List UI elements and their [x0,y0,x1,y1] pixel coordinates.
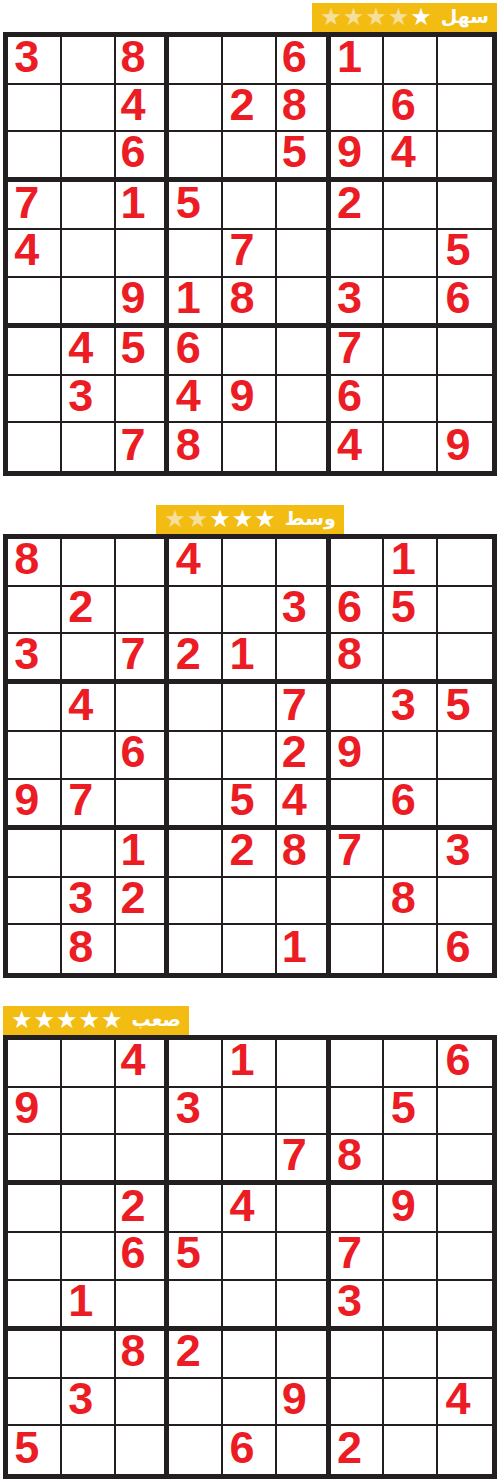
cell-r7c6[interactable]: 8 [277,830,331,878]
cell-r7c1[interactable] [8,328,62,376]
cell-r9c6[interactable]: 1 [277,925,331,973]
cell-r2c9[interactable] [438,1088,492,1136]
cell-r3c9[interactable] [438,132,492,182]
sudoku-page: ★★★★★ سهل 386142866594715247591836456734… [0,0,500,1479]
cell-r9c3[interactable] [116,925,170,973]
cell-r4c7[interactable] [331,1185,385,1233]
cell-r1c7[interactable] [331,539,385,587]
cell-r8c5[interactable]: 9 [223,376,277,424]
cell-r9c8[interactable] [384,423,438,471]
cell-r3c8[interactable]: 4 [384,132,438,182]
cell-r4c6[interactable]: 7 [277,684,331,732]
cell-r3c7[interactable]: 8 [331,634,385,684]
given-digit: 5 [391,584,416,629]
cell-r8c3[interactable] [116,1379,170,1427]
cell-r3c5[interactable] [223,1135,277,1185]
cell-r9c3[interactable]: 7 [116,423,170,471]
cell-r8c5[interactable] [223,1379,277,1427]
cell-r8c1[interactable] [8,1379,62,1427]
cell-r6c7[interactable]: 3 [331,1281,385,1331]
given-digit: 6 [337,373,362,418]
cell-r4c8[interactable] [384,182,438,230]
cell-r9c5[interactable] [223,423,277,471]
cell-r5c6[interactable] [277,230,331,278]
cell-r1c4[interactable] [169,37,223,85]
cell-r3c1[interactable] [8,1135,62,1185]
cell-r6c1[interactable] [8,278,62,328]
cell-r9c7[interactable]: 2 [331,1426,385,1474]
cell-r9c4[interactable] [169,1426,223,1474]
cell-r8c1[interactable] [8,376,62,424]
cell-r6c7[interactable] [331,780,385,830]
given-digit: 2 [120,875,145,920]
difficulty-label-hard: صعب [132,1010,181,1029]
banner-row-hard: ★★★★★ صعب [3,978,497,1035]
cell-r8c8[interactable] [384,376,438,424]
given-digit: 8 [176,422,201,467]
given-digit: 7 [337,827,362,872]
cell-r6c8[interactable]: 6 [384,780,438,830]
cell-r9c6[interactable] [277,1426,331,1474]
cell-r8c4[interactable]: 4 [169,376,223,424]
cell-r2c7[interactable] [331,85,385,133]
cell-r9c3[interactable] [116,1426,170,1474]
cell-r6c5[interactable]: 8 [223,278,277,328]
cell-r8c4[interactable] [169,878,223,926]
cell-r7c8[interactable] [384,830,438,878]
given-digit: 6 [391,777,416,822]
cell-r5c5[interactable] [223,1233,277,1281]
cell-r6c5[interactable] [223,1281,277,1331]
cell-r8c6[interactable] [277,376,331,424]
cell-r6c4[interactable] [169,1281,223,1331]
cell-r7c9[interactable]: 3 [438,830,492,878]
cell-r2c6[interactable] [277,1088,331,1136]
cell-r3c5[interactable] [223,132,277,182]
cell-r8c7[interactable] [331,878,385,926]
cell-r1c9[interactable] [438,539,492,587]
cell-r7c4[interactable]: 6 [169,328,223,376]
cell-r1c3[interactable] [116,539,170,587]
cell-r7c2[interactable] [62,830,116,878]
cell-r6c6[interactable] [277,1281,331,1331]
given-digit: 1 [229,631,254,676]
cell-r5c7[interactable] [331,230,385,278]
cell-r9c9[interactable]: 9 [438,423,492,471]
given-digit: 6 [120,729,145,774]
cell-r6c2[interactable] [62,278,116,328]
cell-r2c1[interactable]: 9 [8,1088,62,1136]
cell-r7c3[interactable]: 5 [116,328,170,376]
cell-r2c8[interactable]: 5 [384,1088,438,1136]
cell-r8c9[interactable] [438,878,492,926]
cell-r1c9[interactable] [438,37,492,85]
cell-r7c6[interactable] [277,1331,331,1379]
cell-r4c4[interactable] [169,684,223,732]
cell-r4c4[interactable] [169,1185,223,1233]
cell-r8c9[interactable]: 4 [438,1379,492,1427]
cell-r2c1[interactable] [8,85,62,133]
cell-r3c2[interactable] [62,1135,116,1185]
cell-r8c8[interactable] [384,1379,438,1427]
cell-r2c7[interactable] [331,1088,385,1136]
cell-r5c2[interactable] [62,1233,116,1281]
given-digit: 6 [120,1230,145,1275]
star-empty-icon: ★ [365,5,387,29]
cell-r4c2[interactable] [62,182,116,230]
difficulty-label-medium: وسط [285,509,336,528]
cell-r5c1[interactable]: 4 [8,230,62,278]
cell-r5c3[interactable] [116,230,170,278]
cell-r3c2[interactable] [62,132,116,182]
star-empty-icon: ★ [388,5,410,29]
cell-r2c5[interactable] [223,587,277,635]
cell-r8c5[interactable] [223,878,277,926]
cell-r3c6[interactable]: 7 [277,1135,331,1185]
cell-r7c7[interactable]: 7 [331,328,385,376]
cell-r2c7[interactable]: 6 [331,587,385,635]
cell-r4c3[interactable]: 1 [116,182,170,230]
cell-r3c4[interactable] [169,1135,223,1185]
sudoku-board-hard: 416935782496571382394562 [3,1035,497,1479]
given-digit: 2 [68,584,93,629]
cell-r4c4[interactable]: 5 [169,182,223,230]
given-digit: 1 [229,1037,254,1082]
cell-r2c2[interactable] [62,85,116,133]
cell-r1c6[interactable] [277,539,331,587]
cell-r7c8[interactable] [384,1331,438,1379]
cell-r1c7[interactable] [331,1040,385,1088]
cell-r1c4[interactable] [169,1040,223,1088]
cell-r7c2[interactable] [62,1331,116,1379]
cell-r9c2[interactable] [62,1426,116,1474]
cell-r7c5[interactable] [223,1331,277,1379]
cell-r3c3[interactable]: 7 [116,634,170,684]
cell-r5c7[interactable]: 7 [331,1233,385,1281]
cell-r7c7[interactable] [331,1331,385,1379]
cell-r5c4[interactable] [169,732,223,780]
cell-r9c2[interactable]: 8 [62,925,116,973]
cell-r6c1[interactable] [8,1281,62,1331]
cell-r7c1[interactable] [8,1331,62,1379]
cell-r5c3[interactable]: 6 [116,732,170,780]
cell-r6c9[interactable] [438,780,492,830]
cell-r2c4[interactable] [169,85,223,133]
cell-r1c8[interactable]: 1 [384,539,438,587]
cell-r6c3[interactable]: 9 [116,278,170,328]
cell-r4c8[interactable]: 9 [384,1185,438,1233]
cell-r5c6[interactable]: 2 [277,732,331,780]
cell-r5c9[interactable]: 5 [438,230,492,278]
sudoku-board-medium: 84123653721847356299754612873328816 [3,534,497,978]
cell-r7c9[interactable] [438,1331,492,1379]
cell-r1c2[interactable] [62,37,116,85]
cell-r3c7[interactable]: 8 [331,1135,385,1185]
given-digit: 2 [337,1425,362,1470]
cell-r1c9[interactable]: 6 [438,1040,492,1088]
cell-r9c7[interactable]: 4 [331,423,385,471]
cell-r1c4[interactable]: 4 [169,539,223,587]
cell-r6c2[interactable]: 7 [62,780,116,830]
cell-r3c1[interactable]: 3 [8,634,62,684]
cell-r2c4[interactable] [169,587,223,635]
cell-r2c2[interactable]: 2 [62,587,116,635]
cell-r2c9[interactable] [438,85,492,133]
cell-r7c6[interactable] [277,328,331,376]
cell-r6c4[interactable]: 1 [169,278,223,328]
given-digit: 2 [176,631,201,676]
cell-r8c1[interactable] [8,878,62,926]
given-digit: 9 [391,1183,416,1228]
cell-r3c8[interactable] [384,1135,438,1185]
cell-r1c6[interactable]: 6 [277,37,331,85]
cell-r2c1[interactable] [8,587,62,635]
cell-r8c2[interactable]: 3 [62,1379,116,1427]
cell-r6c4[interactable] [169,780,223,830]
cell-r3c3[interactable] [116,1135,170,1185]
cell-r8c7[interactable]: 6 [331,376,385,424]
given-digit: 8 [229,275,254,320]
cell-r4c8[interactable]: 3 [384,684,438,732]
given-digit: 8 [337,631,362,676]
cell-r8c6[interactable] [277,878,331,926]
cell-r4c3[interactable] [116,684,170,732]
cell-r5c8[interactable] [384,732,438,780]
cell-r2c8[interactable]: 5 [384,587,438,635]
cell-r1c2[interactable] [62,539,116,587]
cell-r1c2[interactable] [62,1040,116,1088]
cell-r1c5[interactable]: 1 [223,1040,277,1088]
cell-r6c7[interactable]: 3 [331,278,385,328]
cell-r4c6[interactable] [277,182,331,230]
cell-r8c4[interactable] [169,1379,223,1427]
given-digit: 7 [120,422,145,467]
given-digit: 3 [337,1278,362,1323]
star-filled-icon: ★ [232,507,254,531]
given-digit: 3 [68,1376,93,1421]
given-digit: 3 [337,275,362,320]
cell-r6c6[interactable]: 4 [277,780,331,830]
cell-r7c1[interactable] [8,830,62,878]
cell-r6c3[interactable] [116,780,170,830]
cell-r9c5[interactable]: 6 [223,1426,277,1474]
cell-r4c5[interactable]: 4 [223,1185,277,1233]
cell-r9c6[interactable] [277,423,331,471]
cell-r5c5[interactable] [223,732,277,780]
cell-r4c9[interactable]: 5 [438,684,492,732]
cell-r5c2[interactable] [62,732,116,780]
cell-r2c8[interactable]: 6 [384,85,438,133]
cell-r6c8[interactable] [384,278,438,328]
cell-r4c9[interactable] [438,182,492,230]
cell-r4c1[interactable]: 7 [8,182,62,230]
given-digit: 2 [337,180,362,225]
cell-r3c5[interactable]: 1 [223,634,277,684]
cell-r2c9[interactable] [438,587,492,635]
cell-r8c9[interactable] [438,376,492,424]
cell-r7c8[interactable] [384,328,438,376]
cell-r4c6[interactable] [277,1185,331,1233]
cell-r7c5[interactable] [223,328,277,376]
cell-r8c2[interactable]: 3 [62,376,116,424]
cell-r4c2[interactable] [62,1185,116,1233]
cell-r5c4[interactable] [169,230,223,278]
cell-r4c7[interactable] [331,684,385,732]
given-digit: 1 [337,34,362,79]
cell-r5c7[interactable]: 9 [331,732,385,780]
cell-r5c1[interactable] [8,1233,62,1281]
given-digit: 5 [176,1230,201,1275]
cell-r3c9[interactable] [438,1135,492,1185]
cell-r1c6[interactable] [277,1040,331,1088]
cell-r7c3[interactable]: 1 [116,830,170,878]
cell-r2c4[interactable]: 3 [169,1088,223,1136]
cell-r5c8[interactable] [384,1233,438,1281]
cell-r9c2[interactable] [62,423,116,471]
cell-r5c9[interactable] [438,732,492,780]
cell-r4c5[interactable] [223,182,277,230]
cell-r1c3[interactable]: 8 [116,37,170,85]
cell-r4c3[interactable]: 2 [116,1185,170,1233]
cell-r2c5[interactable]: 2 [223,85,277,133]
cell-r7c5[interactable]: 2 [223,830,277,878]
cell-r9c9[interactable]: 6 [438,925,492,973]
star-empty-icon: ★ [343,5,365,29]
cell-r9c8[interactable] [384,1426,438,1474]
cell-r1c7[interactable]: 1 [331,37,385,85]
cell-r8c2[interactable]: 3 [62,878,116,926]
given-digit: 6 [282,34,307,79]
cell-r1c1[interactable]: 3 [8,37,62,85]
cell-r5c1[interactable] [8,732,62,780]
cell-r8c6[interactable]: 9 [277,1379,331,1427]
cell-r1c8[interactable] [384,1040,438,1088]
cell-r8c3[interactable] [116,376,170,424]
cell-r2c3[interactable] [116,1088,170,1136]
cell-r5c6[interactable] [277,1233,331,1281]
cell-r2c3[interactable]: 4 [116,85,170,133]
given-digit: 8 [68,924,93,969]
cell-r9c9[interactable] [438,1426,492,1474]
cell-r2c5[interactable] [223,1088,277,1136]
cell-r2c3[interactable] [116,587,170,635]
given-digit: 3 [14,34,39,79]
cell-r6c3[interactable] [116,1281,170,1331]
cell-r7c4[interactable] [169,830,223,878]
cell-r5c3[interactable]: 6 [116,1233,170,1281]
cell-r8c3[interactable]: 2 [116,878,170,926]
cell-r6c9[interactable] [438,1281,492,1331]
cell-r1c3[interactable]: 4 [116,1040,170,1088]
cell-r6c1[interactable]: 9 [8,780,62,830]
cell-r5c2[interactable] [62,230,116,278]
cell-r2c6[interactable]: 8 [277,85,331,133]
cell-r9c8[interactable] [384,925,438,973]
cell-r9c7[interactable] [331,925,385,973]
cell-r7c7[interactable]: 7 [331,830,385,878]
cell-r9c1[interactable] [8,423,62,471]
cell-r7c2[interactable]: 4 [62,328,116,376]
cell-r4c7[interactable]: 2 [331,182,385,230]
cell-r3c7[interactable]: 9 [331,132,385,182]
cell-r1c5[interactable] [223,539,277,587]
cell-r9c4[interactable] [169,925,223,973]
cell-r3c2[interactable] [62,634,116,684]
cell-r9c1[interactable] [8,925,62,973]
cell-r1c8[interactable] [384,37,438,85]
star-rating-hard: ★★★★★ [11,1009,123,1033]
given-digit: 2 [120,1183,145,1228]
star-filled-icon: ★ [11,1008,33,1032]
cell-r7c9[interactable] [438,328,492,376]
cell-r6c9[interactable]: 6 [438,278,492,328]
given-digit: 1 [68,1278,93,1323]
cell-r3c9[interactable] [438,634,492,684]
cell-r9c4[interactable]: 8 [169,423,223,471]
cell-r1c1[interactable]: 8 [8,539,62,587]
cell-r8c8[interactable]: 8 [384,878,438,926]
given-digit: 3 [68,875,93,920]
cell-r6c5[interactable]: 5 [223,780,277,830]
cell-r4c1[interactable] [8,1185,62,1233]
cell-r6c6[interactable] [277,278,331,328]
cell-r3c1[interactable] [8,132,62,182]
given-digit: 9 [337,729,362,774]
cell-r3c6[interactable]: 5 [277,132,331,182]
cell-r5c5[interactable]: 7 [223,230,277,278]
cell-r9c5[interactable] [223,925,277,973]
cell-r7c3[interactable]: 8 [116,1331,170,1379]
given-digit: 4 [14,227,39,272]
cell-r3c4[interactable]: 2 [169,634,223,684]
given-digit: 6 [446,275,471,320]
cell-r5c8[interactable] [384,230,438,278]
cell-r8c7[interactable] [331,1379,385,1427]
given-digit: 4 [176,373,201,418]
given-digit: 4 [120,82,145,127]
cell-r1c5[interactable] [223,37,277,85]
given-digit: 6 [446,1037,471,1082]
star-filled-icon: ★ [410,5,432,29]
cell-r2c2[interactable] [62,1088,116,1136]
given-digit: 9 [14,1085,39,1130]
cell-r3c8[interactable] [384,634,438,684]
given-digit: 5 [391,1085,416,1130]
cell-r9c1[interactable]: 5 [8,1426,62,1474]
cell-r2c6[interactable]: 3 [277,587,331,635]
cell-r5c9[interactable] [438,1233,492,1281]
cell-r4c1[interactable] [8,684,62,732]
cell-r3c6[interactable] [277,634,331,684]
cell-r4c9[interactable] [438,1185,492,1233]
given-digit: 8 [282,827,307,872]
cell-r5c4[interactable]: 5 [169,1233,223,1281]
star-filled-icon: ★ [209,507,231,531]
given-digit: 4 [282,777,307,822]
cell-r3c3[interactable]: 6 [116,132,170,182]
banner-row-medium: ★★★★★ وسط [3,476,497,534]
cell-r3c4[interactable] [169,132,223,182]
cell-r7c4[interactable]: 2 [169,1331,223,1379]
cell-r1c1[interactable] [8,1040,62,1088]
given-digit: 5 [120,325,145,370]
cell-r6c8[interactable] [384,1281,438,1331]
given-digit: 8 [391,875,416,920]
given-digit: 8 [282,82,307,127]
cell-r4c2[interactable]: 4 [62,684,116,732]
cell-r6c2[interactable]: 1 [62,1281,116,1331]
cell-r4c5[interactable] [223,684,277,732]
